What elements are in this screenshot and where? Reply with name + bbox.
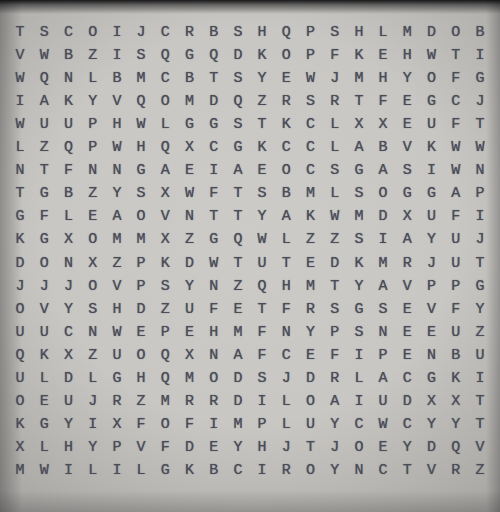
grid-cell[interactable]: W <box>202 251 226 274</box>
grid-cell[interactable]: I <box>8 90 32 113</box>
grid-cell[interactable]: D <box>323 251 347 274</box>
grid-cell[interactable]: E <box>395 344 419 367</box>
grid-cell[interactable]: J <box>323 67 347 90</box>
grid-cell[interactable]: C <box>395 413 419 436</box>
grid-cell[interactable]: C <box>395 367 419 390</box>
grid-cell[interactable]: U <box>8 321 32 344</box>
grid-cell[interactable]: B <box>105 67 129 90</box>
grid-cell[interactable]: B <box>444 344 468 367</box>
grid-cell[interactable]: T <box>226 182 250 205</box>
grid-cell[interactable]: Q <box>274 21 298 44</box>
grid-cell[interactable]: O <box>8 390 32 413</box>
grid-cell[interactable]: O <box>444 21 468 44</box>
grid-cell[interactable]: F <box>153 436 177 459</box>
grid-cell[interactable]: B <box>177 67 201 90</box>
grid-cell[interactable]: O <box>274 44 298 67</box>
grid-cell[interactable]: W <box>298 67 322 90</box>
grid-cell[interactable]: P <box>129 275 153 298</box>
grid-cell[interactable]: S <box>250 367 274 390</box>
grid-cell[interactable]: Q <box>250 275 274 298</box>
grid-cell[interactable]: W <box>250 228 274 251</box>
grid-cell[interactable]: Z <box>153 298 177 321</box>
grid-cell[interactable]: D <box>226 367 250 390</box>
grid-cell[interactable]: Y <box>444 413 468 436</box>
grid-cell[interactable]: M <box>347 205 371 228</box>
grid-cell[interactable]: P <box>468 182 492 205</box>
grid-cell[interactable]: V <box>395 136 419 159</box>
grid-cell[interactable]: Q <box>153 344 177 367</box>
grid-cell[interactable]: N <box>56 251 80 274</box>
grid-cell[interactable]: V <box>419 459 443 482</box>
grid-cell[interactable]: V <box>32 298 56 321</box>
grid-cell[interactable]: P <box>298 21 322 44</box>
grid-cell[interactable]: V <box>8 44 32 67</box>
grid-cell[interactable]: S <box>129 44 153 67</box>
grid-cell[interactable]: M <box>226 321 250 344</box>
grid-cell[interactable]: L <box>274 228 298 251</box>
grid-cell[interactable]: T <box>468 390 492 413</box>
grid-cell[interactable]: L <box>274 413 298 436</box>
grid-cell[interactable]: W <box>32 459 56 482</box>
grid-cell[interactable]: W <box>444 159 468 182</box>
grid-cell[interactable]: X <box>153 182 177 205</box>
grid-cell[interactable]: E <box>226 298 250 321</box>
grid-cell[interactable]: N <box>419 344 443 367</box>
grid-cell[interactable]: S <box>347 228 371 251</box>
grid-cell[interactable]: K <box>274 113 298 136</box>
grid-cell[interactable]: J <box>274 436 298 459</box>
grid-cell[interactable]: A <box>105 205 129 228</box>
grid-cell[interactable]: I <box>105 21 129 44</box>
grid-cell[interactable]: Q <box>202 44 226 67</box>
grid-cell[interactable]: T <box>395 459 419 482</box>
grid-cell[interactable]: L <box>323 113 347 136</box>
grid-cell[interactable]: C <box>153 21 177 44</box>
grid-cell[interactable]: E <box>395 113 419 136</box>
grid-cell[interactable]: Q <box>56 136 80 159</box>
grid-cell[interactable]: M <box>129 67 153 90</box>
grid-cell[interactable]: P <box>105 436 129 459</box>
grid-cell[interactable]: I <box>347 390 371 413</box>
grid-cell[interactable]: N <box>81 321 105 344</box>
grid-cell[interactable]: E <box>177 321 201 344</box>
grid-cell[interactable]: E <box>177 159 201 182</box>
grid-cell[interactable]: E <box>298 251 322 274</box>
grid-cell[interactable]: E <box>298 344 322 367</box>
grid-cell[interactable]: O <box>347 436 371 459</box>
grid-cell[interactable]: L <box>371 21 395 44</box>
grid-cell[interactable]: Z <box>468 459 492 482</box>
grid-cell[interactable]: L <box>323 136 347 159</box>
grid-cell[interactable]: O <box>129 205 153 228</box>
grid-cell[interactable]: L <box>81 67 105 90</box>
grid-cell[interactable]: C <box>226 459 250 482</box>
grid-cell[interactable]: U <box>444 321 468 344</box>
grid-cell[interactable]: F <box>444 113 468 136</box>
grid-cell[interactable]: A <box>444 182 468 205</box>
grid-cell[interactable]: S <box>323 298 347 321</box>
grid-cell[interactable]: Y <box>105 182 129 205</box>
grid-cell[interactable]: G <box>105 367 129 390</box>
grid-cell[interactable]: U <box>32 321 56 344</box>
grid-cell[interactable]: I <box>81 413 105 436</box>
grid-cell[interactable]: Q <box>153 367 177 390</box>
grid-cell[interactable]: R <box>177 390 201 413</box>
grid-cell[interactable]: K <box>177 459 201 482</box>
grid-cell[interactable]: W <box>444 136 468 159</box>
grid-cell[interactable]: Z <box>468 321 492 344</box>
grid-cell[interactable]: G <box>395 182 419 205</box>
grid-cell[interactable]: E <box>419 321 443 344</box>
grid-cell[interactable]: P <box>129 251 153 274</box>
grid-cell[interactable]: R <box>298 298 322 321</box>
grid-cell[interactable]: V <box>468 436 492 459</box>
grid-cell[interactable]: H <box>129 367 153 390</box>
grid-cell[interactable]: T <box>8 182 32 205</box>
grid-cell[interactable]: F <box>202 298 226 321</box>
grid-cell[interactable]: A <box>395 228 419 251</box>
grid-cell[interactable]: X <box>371 113 395 136</box>
grid-cell[interactable]: G <box>32 228 56 251</box>
grid-cell[interactable]: C <box>347 413 371 436</box>
grid-cell[interactable]: C <box>153 67 177 90</box>
grid-cell[interactable]: G <box>347 298 371 321</box>
grid-cell[interactable]: E <box>81 205 105 228</box>
grid-cell[interactable]: P <box>81 113 105 136</box>
grid-cell[interactable]: Y <box>323 413 347 436</box>
grid-cell[interactable]: I <box>250 459 274 482</box>
grid-cell[interactable]: P <box>250 413 274 436</box>
grid-cell[interactable]: G <box>32 182 56 205</box>
grid-cell[interactable]: Z <box>177 228 201 251</box>
grid-cell[interactable]: L <box>8 136 32 159</box>
grid-cell[interactable]: Y <box>395 436 419 459</box>
grid-cell[interactable]: T <box>468 413 492 436</box>
grid-cell[interactable]: Z <box>105 251 129 274</box>
grid-cell[interactable]: N <box>202 344 226 367</box>
grid-cell[interactable]: O <box>81 21 105 44</box>
grid-cell[interactable]: F <box>444 298 468 321</box>
grid-cell[interactable]: H <box>250 21 274 44</box>
grid-cell[interactable]: D <box>177 436 201 459</box>
grid-cell[interactable]: Z <box>81 182 105 205</box>
grid-cell[interactable]: H <box>105 113 129 136</box>
grid-cell[interactable]: W <box>419 44 443 67</box>
grid-cell[interactable]: S <box>32 21 56 44</box>
grid-cell[interactable]: W <box>105 136 129 159</box>
grid-cell[interactable]: O <box>153 90 177 113</box>
grid-cell[interactable]: G <box>32 413 56 436</box>
grid-cell[interactable]: X <box>177 136 201 159</box>
grid-cell[interactable]: Q <box>129 90 153 113</box>
grid-cell[interactable]: I <box>56 459 80 482</box>
grid-cell[interactable]: D <box>226 390 250 413</box>
grid-cell[interactable]: L <box>347 367 371 390</box>
grid-cell[interactable]: U <box>419 205 443 228</box>
grid-cell[interactable]: X <box>395 205 419 228</box>
grid-cell[interactable]: G <box>468 275 492 298</box>
grid-cell[interactable]: F <box>177 413 201 436</box>
grid-cell[interactable]: G <box>177 113 201 136</box>
grid-cell[interactable]: K <box>347 44 371 67</box>
grid-cell[interactable]: Y <box>298 321 322 344</box>
grid-cell[interactable]: H <box>347 21 371 44</box>
grid-cell[interactable]: O <box>202 367 226 390</box>
grid-cell[interactable]: L <box>274 390 298 413</box>
grid-cell[interactable]: U <box>32 113 56 136</box>
grid-cell[interactable]: J <box>323 436 347 459</box>
grid-cell[interactable]: W <box>8 113 32 136</box>
grid-cell[interactable]: U <box>298 413 322 436</box>
grid-cell[interactable]: J <box>81 390 105 413</box>
grid-cell[interactable]: D <box>298 367 322 390</box>
grid-cell[interactable]: I <box>419 159 443 182</box>
grid-cell[interactable]: L <box>81 459 105 482</box>
grid-cell[interactable]: B <box>56 182 80 205</box>
grid-cell[interactable]: G <box>419 182 443 205</box>
grid-cell[interactable]: D <box>226 44 250 67</box>
grid-cell[interactable]: W <box>323 205 347 228</box>
grid-cell[interactable]: Q <box>8 344 32 367</box>
grid-cell[interactable]: Y <box>250 67 274 90</box>
grid-cell[interactable]: U <box>468 344 492 367</box>
grid-cell[interactable]: V <box>153 205 177 228</box>
grid-cell[interactable]: U <box>444 228 468 251</box>
grid-cell[interactable]: C <box>56 321 80 344</box>
grid-cell[interactable]: K <box>250 136 274 159</box>
grid-cell[interactable]: I <box>250 390 274 413</box>
grid-cell[interactable]: U <box>250 251 274 274</box>
grid-cell[interactable]: T <box>202 67 226 90</box>
grid-cell[interactable]: F <box>129 413 153 436</box>
grid-cell[interactable]: G <box>153 459 177 482</box>
grid-cell[interactable]: W <box>8 67 32 90</box>
grid-cell[interactable]: Y <box>250 205 274 228</box>
grid-cell[interactable]: B <box>371 136 395 159</box>
grid-cell[interactable]: J <box>8 275 32 298</box>
grid-cell[interactable]: C <box>274 136 298 159</box>
grid-cell[interactable]: Z <box>129 390 153 413</box>
grid-cell[interactable]: F <box>371 90 395 113</box>
grid-cell[interactable]: J <box>56 275 80 298</box>
grid-cell[interactable]: V <box>105 275 129 298</box>
grid-cell[interactable]: N <box>347 459 371 482</box>
grid-cell[interactable]: T <box>323 275 347 298</box>
grid-cell[interactable]: X <box>8 436 32 459</box>
grid-cell[interactable]: Y <box>323 459 347 482</box>
grid-cell[interactable]: S <box>250 182 274 205</box>
grid-cell[interactable]: K <box>250 44 274 67</box>
grid-cell[interactable]: O <box>153 413 177 436</box>
grid-cell[interactable]: E <box>395 298 419 321</box>
grid-cell[interactable]: O <box>129 344 153 367</box>
grid-cell[interactable]: M <box>129 228 153 251</box>
grid-cell[interactable]: R <box>274 459 298 482</box>
grid-cell[interactable]: G <box>419 367 443 390</box>
grid-cell[interactable]: G <box>129 159 153 182</box>
grid-cell[interactable]: G <box>226 136 250 159</box>
grid-cell[interactable]: N <box>371 321 395 344</box>
grid-cell[interactable]: W <box>32 44 56 67</box>
grid-cell[interactable]: X <box>347 113 371 136</box>
grid-cell[interactable]: F <box>32 205 56 228</box>
grid-cell[interactable]: K <box>153 251 177 274</box>
grid-cell[interactable]: N <box>177 205 201 228</box>
grid-cell[interactable]: S <box>395 159 419 182</box>
grid-cell[interactable]: B <box>56 44 80 67</box>
grid-cell[interactable]: P <box>323 321 347 344</box>
grid-cell[interactable]: J <box>468 228 492 251</box>
grid-cell[interactable]: U <box>371 390 395 413</box>
grid-cell[interactable]: O <box>371 182 395 205</box>
grid-cell[interactable]: Z <box>323 228 347 251</box>
grid-cell[interactable]: B <box>274 182 298 205</box>
grid-cell[interactable]: Y <box>56 413 80 436</box>
grid-cell[interactable]: M <box>177 367 201 390</box>
grid-cell[interactable]: E <box>202 436 226 459</box>
grid-cell[interactable]: S <box>323 159 347 182</box>
grid-cell[interactable]: F <box>250 344 274 367</box>
grid-cell[interactable]: T <box>250 113 274 136</box>
grid-cell[interactable]: T <box>274 251 298 274</box>
grid-cell[interactable]: M <box>226 413 250 436</box>
grid-cell[interactable]: A <box>32 90 56 113</box>
grid-cell[interactable]: D <box>8 251 32 274</box>
grid-cell[interactable]: E <box>371 436 395 459</box>
grid-cell[interactable]: H <box>129 136 153 159</box>
grid-cell[interactable]: L <box>81 367 105 390</box>
grid-cell[interactable]: L <box>129 459 153 482</box>
grid-cell[interactable]: T <box>468 251 492 274</box>
grid-cell[interactable]: S <box>226 67 250 90</box>
grid-cell[interactable]: Y <box>347 275 371 298</box>
grid-cell[interactable]: M <box>298 182 322 205</box>
grid-cell[interactable]: M <box>8 459 32 482</box>
grid-cell[interactable]: A <box>347 136 371 159</box>
grid-cell[interactable]: G <box>202 113 226 136</box>
grid-cell[interactable]: D <box>419 436 443 459</box>
grid-cell[interactable]: K <box>8 413 32 436</box>
grid-cell[interactable]: F <box>56 159 80 182</box>
grid-cell[interactable]: U <box>105 344 129 367</box>
grid-cell[interactable]: C <box>371 459 395 482</box>
grid-cell[interactable]: Z <box>32 136 56 159</box>
grid-cell[interactable]: S <box>298 90 322 113</box>
grid-cell[interactable]: R <box>323 367 347 390</box>
grid-cell[interactable]: L <box>323 182 347 205</box>
grid-cell[interactable]: L <box>153 113 177 136</box>
grid-cell[interactable]: X <box>177 344 201 367</box>
grid-cell[interactable]: J <box>419 251 443 274</box>
grid-cell[interactable]: U <box>177 298 201 321</box>
grid-cell[interactable]: X <box>153 228 177 251</box>
grid-cell[interactable]: I <box>371 228 395 251</box>
grid-cell[interactable]: S <box>153 275 177 298</box>
grid-cell[interactable]: F <box>274 298 298 321</box>
grid-cell[interactable]: Z <box>298 228 322 251</box>
grid-cell[interactable]: K <box>8 228 32 251</box>
grid-cell[interactable]: G <box>468 67 492 90</box>
grid-cell[interactable]: N <box>274 321 298 344</box>
grid-cell[interactable]: N <box>105 159 129 182</box>
grid-cell[interactable]: K <box>32 344 56 367</box>
grid-cell[interactable]: S <box>129 182 153 205</box>
grid-cell[interactable]: S <box>323 21 347 44</box>
grid-cell[interactable]: M <box>105 228 129 251</box>
grid-cell[interactable]: W <box>105 321 129 344</box>
grid-cell[interactable]: X <box>105 413 129 436</box>
grid-cell[interactable]: I <box>468 44 492 67</box>
grid-cell[interactable]: U <box>8 367 32 390</box>
grid-cell[interactable]: P <box>444 275 468 298</box>
grid-cell[interactable]: H <box>274 275 298 298</box>
grid-cell[interactable]: Q <box>153 136 177 159</box>
grid-cell[interactable]: P <box>419 275 443 298</box>
grid-cell[interactable]: H <box>371 67 395 90</box>
grid-cell[interactable]: E <box>32 390 56 413</box>
grid-cell[interactable]: A <box>226 159 250 182</box>
grid-cell[interactable]: K <box>56 90 80 113</box>
grid-cell[interactable]: B <box>202 459 226 482</box>
grid-cell[interactable]: Q <box>153 44 177 67</box>
grid-cell[interactable]: G <box>177 44 201 67</box>
grid-cell[interactable]: F <box>444 67 468 90</box>
grid-cell[interactable]: T <box>226 251 250 274</box>
grid-cell[interactable]: I <box>202 159 226 182</box>
grid-cell[interactable]: Q <box>226 228 250 251</box>
grid-cell[interactable]: Y <box>226 436 250 459</box>
grid-cell[interactable]: B <box>202 21 226 44</box>
grid-cell[interactable]: A <box>153 159 177 182</box>
grid-cell[interactable]: G <box>8 205 32 228</box>
grid-cell[interactable]: J <box>129 21 153 44</box>
grid-cell[interactable]: S <box>226 113 250 136</box>
grid-cell[interactable]: O <box>81 228 105 251</box>
grid-cell[interactable]: I <box>105 44 129 67</box>
grid-cell[interactable]: S <box>347 182 371 205</box>
grid-cell[interactable]: P <box>298 44 322 67</box>
grid-cell[interactable]: D <box>202 90 226 113</box>
grid-cell[interactable]: I <box>347 344 371 367</box>
grid-cell[interactable]: V <box>129 436 153 459</box>
grid-cell[interactable]: F <box>323 44 347 67</box>
grid-cell[interactable]: P <box>81 136 105 159</box>
grid-cell[interactable]: Q <box>226 90 250 113</box>
grid-cell[interactable]: O <box>298 390 322 413</box>
grid-cell[interactable]: S <box>81 298 105 321</box>
grid-cell[interactable]: C <box>298 159 322 182</box>
grid-cell[interactable]: D <box>395 390 419 413</box>
grid-cell[interactable]: Y <box>56 298 80 321</box>
grid-cell[interactable]: C <box>444 90 468 113</box>
grid-cell[interactable]: A <box>226 344 250 367</box>
grid-cell[interactable]: O <box>8 298 32 321</box>
grid-cell[interactable]: C <box>298 136 322 159</box>
grid-cell[interactable]: Y <box>81 436 105 459</box>
grid-cell[interactable]: M <box>153 390 177 413</box>
grid-cell[interactable]: A <box>274 205 298 228</box>
grid-cell[interactable]: X <box>81 251 105 274</box>
grid-cell[interactable]: E <box>274 67 298 90</box>
grid-cell[interactable]: M <box>177 90 201 113</box>
grid-cell[interactable]: F <box>444 205 468 228</box>
grid-cell[interactable]: Z <box>81 344 105 367</box>
grid-cell[interactable]: X <box>444 390 468 413</box>
grid-cell[interactable]: H <box>105 298 129 321</box>
grid-cell[interactable]: S <box>371 298 395 321</box>
grid-cell[interactable]: W <box>129 113 153 136</box>
grid-cell[interactable]: V <box>105 90 129 113</box>
